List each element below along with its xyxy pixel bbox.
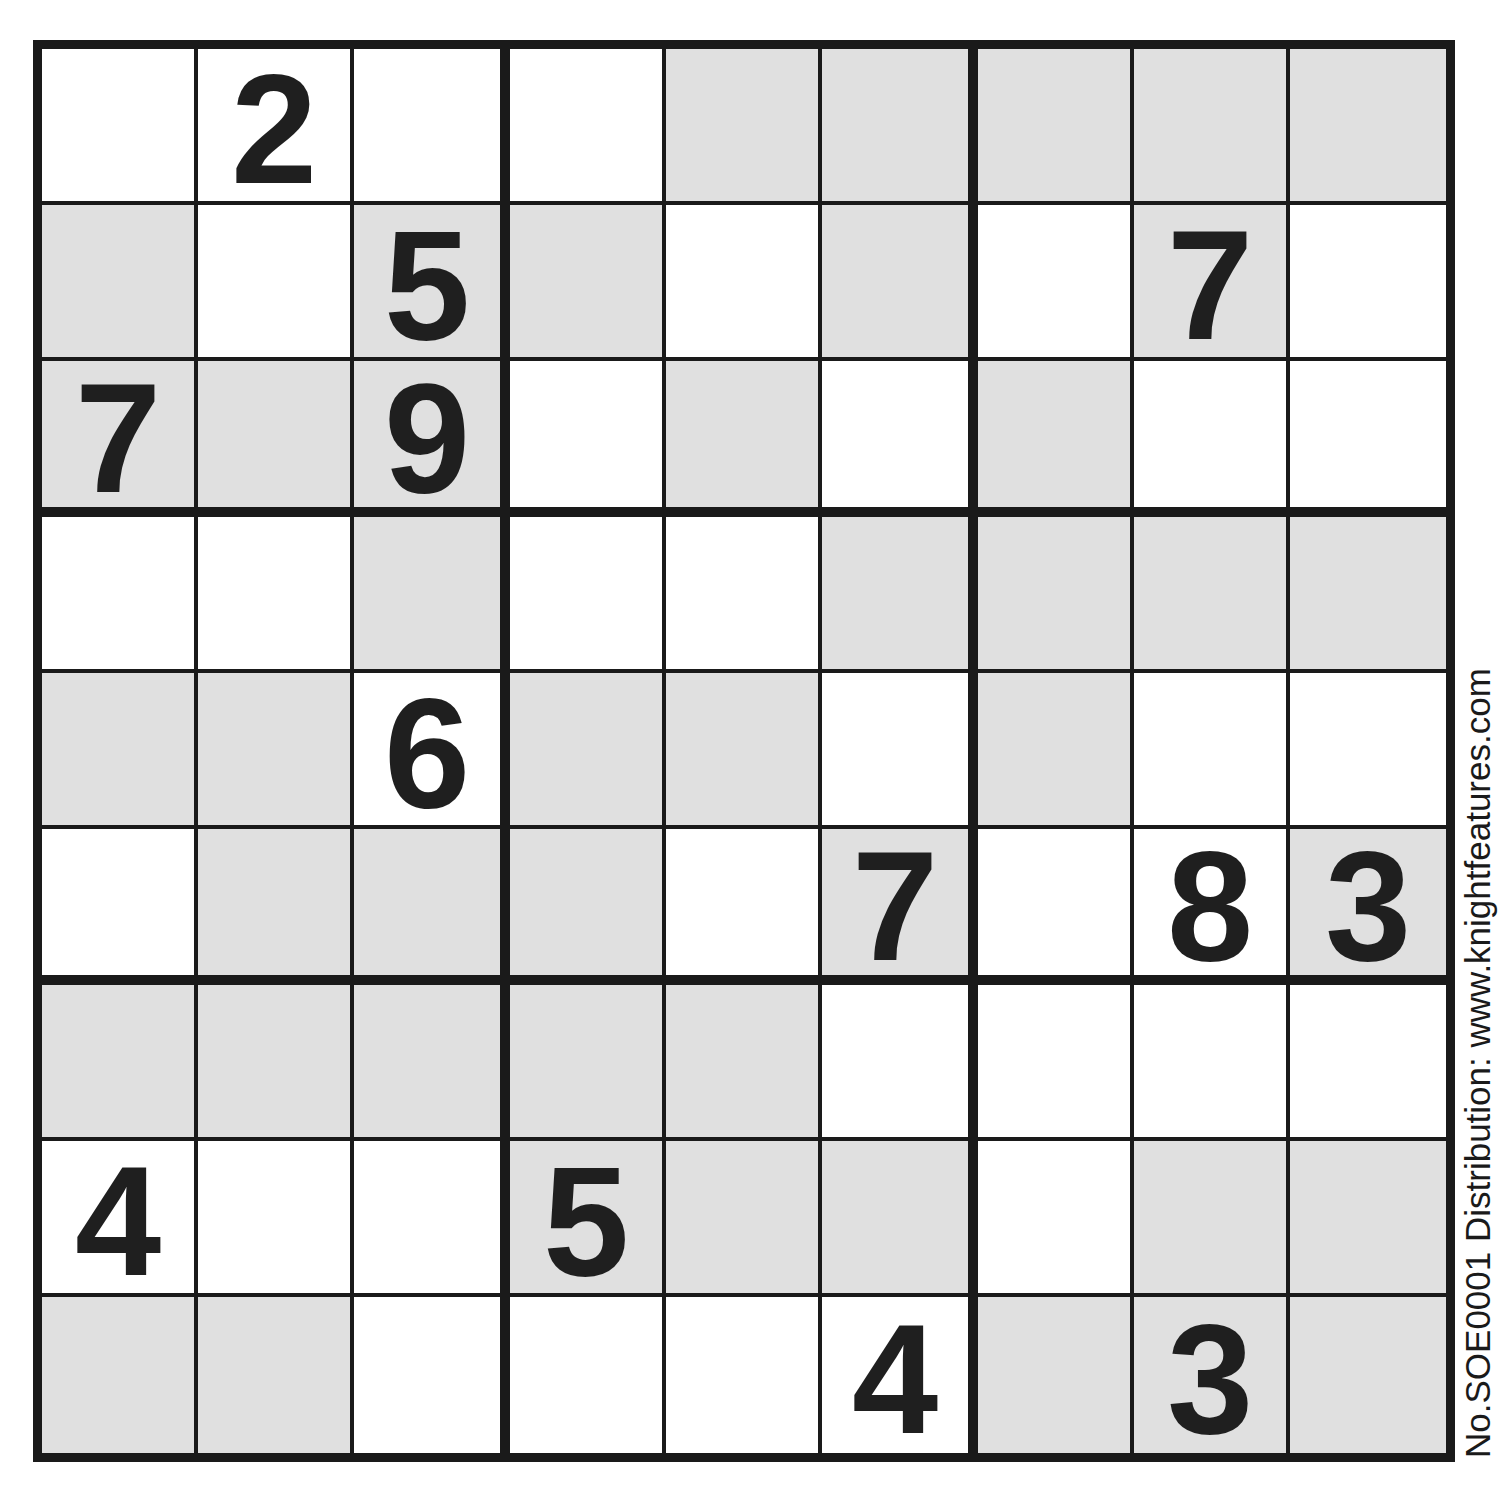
cell-r5c9[interactable] [1290,673,1446,829]
cell-r9c2[interactable] [198,1297,354,1453]
cell-r3c2[interactable] [198,361,354,517]
cell-r2c8[interactable]: 7 [1134,205,1290,361]
cell-r8c2[interactable] [198,1141,354,1297]
cell-r2c7[interactable] [978,205,1134,361]
cell-r7c9[interactable] [1290,985,1446,1141]
cell-r4c6[interactable] [822,517,978,673]
cell-r5c3[interactable]: 6 [354,673,510,829]
cell-r1c1[interactable] [42,49,198,205]
cell-r8c3[interactable] [354,1141,510,1297]
given-digit: 2 [231,52,317,207]
cell-r6c7[interactable] [978,829,1134,985]
cell-r3c7[interactable] [978,361,1134,517]
cell-r8c6[interactable] [822,1141,978,1297]
sudoku-board: 2577967834543 [33,40,1455,1462]
cell-r1c5[interactable] [666,49,822,205]
cell-r4c5[interactable] [666,517,822,673]
cell-r1c8[interactable] [1134,49,1290,205]
given-digit: 7 [1167,208,1253,363]
cell-r2c3[interactable]: 5 [354,205,510,361]
cell-r4c8[interactable] [1134,517,1290,673]
cell-r2c4[interactable] [510,205,666,361]
cell-r1c9[interactable] [1290,49,1446,205]
cell-r2c5[interactable] [666,205,822,361]
given-digit: 5 [543,1144,629,1299]
cell-r6c8[interactable]: 8 [1134,829,1290,985]
cell-r6c2[interactable] [198,829,354,985]
cell-r8c1[interactable]: 4 [42,1141,198,1297]
given-digit: 7 [852,829,938,984]
cell-r6c6[interactable]: 7 [822,829,978,985]
cell-r5c4[interactable] [510,673,666,829]
given-digit: 3 [1325,829,1411,984]
cell-r9c3[interactable] [354,1297,510,1453]
given-digit: 6 [384,676,470,831]
cell-r7c2[interactable] [198,985,354,1141]
cell-r9c1[interactable] [42,1297,198,1453]
given-digit: 5 [384,208,470,363]
cell-r5c2[interactable] [198,673,354,829]
cell-r6c3[interactable] [354,829,510,985]
cell-r3c3[interactable]: 9 [354,361,510,517]
cell-r4c7[interactable] [978,517,1134,673]
given-digit: 9 [384,361,470,516]
cell-r2c9[interactable] [1290,205,1446,361]
cell-r2c2[interactable] [198,205,354,361]
given-digit: 4 [75,1144,161,1299]
cell-r3c5[interactable] [666,361,822,517]
cell-r4c4[interactable] [510,517,666,673]
cell-r3c8[interactable] [1134,361,1290,517]
given-digit: 8 [1167,829,1253,984]
cell-r1c2[interactable]: 2 [198,49,354,205]
cell-r9c9[interactable] [1290,1297,1446,1453]
cell-r4c9[interactable] [1290,517,1446,673]
cell-r3c4[interactable] [510,361,666,517]
cell-r7c7[interactable] [978,985,1134,1141]
cell-r1c3[interactable] [354,49,510,205]
cell-r9c8[interactable]: 3 [1134,1297,1290,1453]
cell-r8c5[interactable] [666,1141,822,1297]
cell-r7c5[interactable] [666,985,822,1141]
cell-r4c2[interactable] [198,517,354,673]
cell-r5c5[interactable] [666,673,822,829]
cell-r6c1[interactable] [42,829,198,985]
cell-r8c9[interactable] [1290,1141,1446,1297]
cell-r3c1[interactable]: 7 [42,361,198,517]
cell-r9c5[interactable] [666,1297,822,1453]
cell-r9c7[interactable] [978,1297,1134,1453]
cell-r2c1[interactable] [42,205,198,361]
cell-r4c1[interactable] [42,517,198,673]
cell-r8c8[interactable] [1134,1141,1290,1297]
cell-r6c5[interactable] [666,829,822,985]
given-digit: 3 [1167,1302,1253,1457]
cell-r7c4[interactable] [510,985,666,1141]
credit-text: No.SOE0001 Distribution: www.knightfeatu… [1457,668,1498,1458]
cell-r9c4[interactable] [510,1297,666,1453]
given-digit: 7 [75,361,161,516]
cell-r1c4[interactable] [510,49,666,205]
cell-r5c6[interactable] [822,673,978,829]
cell-r6c9[interactable]: 3 [1290,829,1446,985]
cell-r7c8[interactable] [1134,985,1290,1141]
cell-r3c6[interactable] [822,361,978,517]
cell-r5c8[interactable] [1134,673,1290,829]
given-digit: 4 [852,1302,938,1457]
cell-r9c6[interactable]: 4 [822,1297,978,1453]
cell-r7c1[interactable] [42,985,198,1141]
cell-r7c6[interactable] [822,985,978,1141]
cell-r8c7[interactable] [978,1141,1134,1297]
cell-r3c9[interactable] [1290,361,1446,517]
cell-r4c3[interactable] [354,517,510,673]
cell-r6c4[interactable] [510,829,666,985]
cell-r1c6[interactable] [822,49,978,205]
cell-r1c7[interactable] [978,49,1134,205]
cell-r7c3[interactable] [354,985,510,1141]
cell-r8c4[interactable]: 5 [510,1141,666,1297]
cell-r5c1[interactable] [42,673,198,829]
cell-r5c7[interactable] [978,673,1134,829]
cell-r2c6[interactable] [822,205,978,361]
